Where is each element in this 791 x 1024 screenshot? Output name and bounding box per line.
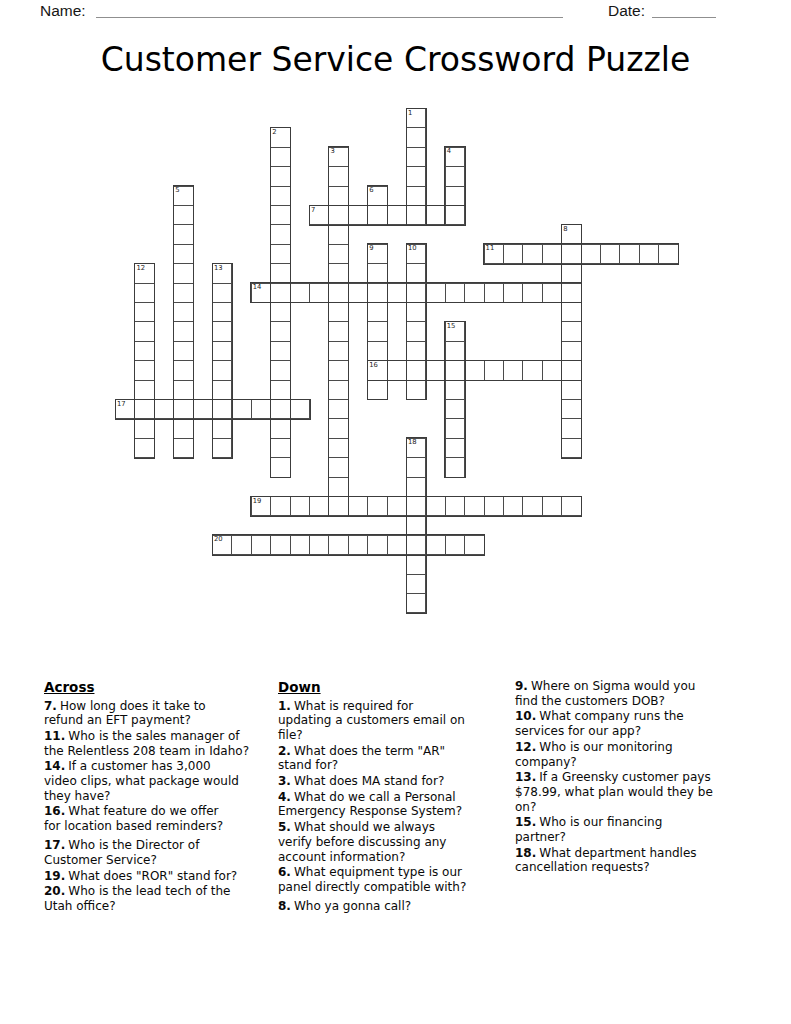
grid-cell[interactable] — [387, 496, 407, 516]
grid-cell[interactable] — [445, 341, 465, 361]
grid-cell[interactable] — [290, 283, 310, 303]
clue-text: What department handles cancellation req… — [515, 846, 697, 875]
grid-cell[interactable] — [464, 283, 484, 303]
grid-cell[interactable] — [270, 535, 290, 555]
grid-cell[interactable] — [270, 205, 290, 225]
grid-cell[interactable] — [173, 224, 193, 244]
grid-cell[interactable] — [193, 399, 213, 419]
clue: 12.Who is our monitoring company? — [515, 740, 767, 769]
grid-cell[interactable] — [445, 496, 465, 516]
clue-number: 12. — [515, 740, 539, 754]
grid-cell[interactable] — [173, 360, 193, 380]
grid-cell[interactable] — [328, 477, 348, 497]
grid-cell[interactable] — [173, 380, 193, 400]
clue-number: 17. — [44, 838, 68, 852]
grid-cell[interactable] — [134, 321, 154, 341]
grid-cell[interactable] — [484, 360, 504, 380]
grid-cell[interactable] — [387, 205, 407, 225]
grid-cell[interactable] — [212, 283, 232, 303]
grid-cell[interactable] — [134, 438, 154, 458]
grid-cell[interactable] — [270, 244, 290, 264]
grid-cell[interactable] — [367, 283, 387, 303]
grid-cell[interactable] — [328, 224, 348, 244]
clue-text: What equipment type is our panel directl… — [278, 865, 466, 894]
grid-cell[interactable] — [522, 496, 542, 516]
grid-cell[interactable] — [328, 360, 348, 380]
page-title: Customer Service Crossword Puzzle — [0, 40, 791, 79]
clue-number: 6. — [278, 865, 294, 879]
grid-cell[interactable] — [561, 438, 581, 458]
grid-cell[interactable] — [425, 535, 445, 555]
grid-cell[interactable] — [251, 535, 271, 555]
grid-cell[interactable] — [406, 283, 426, 303]
grid-cell[interactable] — [445, 399, 465, 419]
grid-cell[interactable] — [348, 535, 368, 555]
grid-cell[interactable] — [406, 263, 426, 283]
grid-cell[interactable] — [270, 321, 290, 341]
grid-cell[interactable] — [212, 438, 232, 458]
grid-cell[interactable] — [581, 244, 601, 264]
grid-cell[interactable] — [406, 360, 426, 380]
grid-cell[interactable] — [328, 147, 348, 167]
grid-cell[interactable] — [212, 302, 232, 322]
clue: 10.What company runs the services for ou… — [515, 709, 767, 738]
grid-cell[interactable] — [522, 360, 542, 380]
grid-cell[interactable] — [212, 341, 232, 361]
grid-cell[interactable] — [367, 341, 387, 361]
grid-cell[interactable] — [445, 205, 465, 225]
grid-cell[interactable] — [270, 186, 290, 206]
down-clues-continued-column: 9.Where on Sigma would you find the cust… — [515, 679, 767, 876]
grid-cell[interactable] — [658, 244, 678, 264]
clue: 9.Where on Sigma would you find the cust… — [515, 679, 767, 708]
grid-cell[interactable] — [425, 360, 445, 380]
clue-number: 10. — [515, 709, 539, 723]
grid-cell[interactable] — [212, 321, 232, 341]
clue: 8.Who ya gonna call? — [278, 899, 513, 914]
grid-cell[interactable] — [445, 380, 465, 400]
grid-cell[interactable] — [542, 496, 562, 516]
grid-cell[interactable] — [445, 147, 465, 167]
grid-cell[interactable] — [270, 380, 290, 400]
grid-cell[interactable] — [464, 360, 484, 380]
grid-cell[interactable] — [561, 380, 581, 400]
clue-text: What should we always verify before disc… — [278, 820, 446, 863]
grid-cell[interactable] — [328, 283, 348, 303]
grid-cell[interactable] — [328, 457, 348, 477]
clue-number: 11. — [44, 729, 68, 743]
grid-cell[interactable] — [270, 496, 290, 516]
grid-cell[interactable] — [406, 574, 426, 594]
grid-cell[interactable] — [464, 535, 484, 555]
grid-cell[interactable] — [445, 283, 465, 303]
grid-cell[interactable] — [561, 399, 581, 419]
grid-cell[interactable] — [134, 302, 154, 322]
grid-cell[interactable] — [445, 535, 465, 555]
grid-cell[interactable] — [270, 457, 290, 477]
clue-number: 2. — [278, 744, 294, 758]
clue-number: 16. — [44, 804, 68, 818]
clue-text: If a customer has 3,000 video clips, wha… — [44, 759, 239, 802]
grid-cell[interactable] — [445, 418, 465, 438]
grid-cell[interactable] — [561, 496, 581, 516]
grid-cell[interactable] — [328, 535, 348, 555]
clue: 2.What does the term "AR" stand for? — [278, 744, 513, 773]
grid-cell[interactable] — [173, 321, 193, 341]
grid-cell[interactable] — [134, 283, 154, 303]
grid-cell[interactable] — [406, 244, 426, 264]
grid-cell[interactable] — [173, 263, 193, 283]
grid-cell[interactable] — [270, 438, 290, 458]
grid-cell[interactable] — [367, 244, 387, 264]
grid-cell[interactable] — [503, 244, 523, 264]
grid-cell[interactable] — [367, 360, 387, 380]
clue: 3.What does MA stand for? — [278, 774, 513, 789]
grid-cell[interactable] — [270, 418, 290, 438]
grid-cell[interactable] — [542, 283, 562, 303]
clue-number: 4. — [278, 790, 294, 804]
clue-text: What company runs the services for our a… — [515, 709, 684, 738]
clue-number: 13. — [515, 770, 539, 784]
grid-cell[interactable] — [445, 321, 465, 341]
grid-cell[interactable] — [270, 283, 290, 303]
grid-cell[interactable] — [270, 263, 290, 283]
grid-cell[interactable] — [173, 438, 193, 458]
grid-cell[interactable] — [367, 321, 387, 341]
grid-cell[interactable] — [406, 496, 426, 516]
grid-cell[interactable] — [406, 554, 426, 574]
grid-cell[interactable] — [445, 438, 465, 458]
grid-cell[interactable] — [231, 399, 251, 419]
grid-cell[interactable] — [406, 515, 426, 535]
grid-cell[interactable] — [270, 147, 290, 167]
clue: 1.What is required for updating a custom… — [278, 699, 513, 743]
grid-cell[interactable] — [561, 302, 581, 322]
grid-cell[interactable] — [445, 166, 465, 186]
across-clues-column: Across 7.How long does it take to refund… — [44, 679, 279, 915]
clue-text: If a Greensky customer pays $78.99, what… — [515, 770, 713, 813]
clue-text: How long does it take to refund an EFT p… — [44, 699, 206, 728]
grid-cell[interactable] — [173, 283, 193, 303]
grid-cell[interactable] — [328, 205, 348, 225]
grid-cell[interactable] — [134, 360, 154, 380]
grid-cell[interactable] — [212, 535, 232, 555]
clue-text: What does MA stand for? — [294, 774, 444, 788]
grid-cell[interactable] — [406, 127, 426, 147]
grid-cell[interactable] — [115, 399, 135, 419]
grid-cell[interactable] — [387, 535, 407, 555]
grid-cell[interactable] — [484, 244, 504, 264]
grid-cell[interactable] — [406, 186, 426, 206]
grid-cell[interactable] — [367, 380, 387, 400]
clue-number: 20. — [44, 884, 68, 898]
grid-cell[interactable] — [231, 535, 251, 555]
grid-cell[interactable] — [406, 321, 426, 341]
grid-cell[interactable] — [387, 360, 407, 380]
grid-cell[interactable] — [542, 244, 562, 264]
grid-cell[interactable] — [173, 244, 193, 264]
grid-cell[interactable] — [328, 380, 348, 400]
grid-cell[interactable] — [503, 496, 523, 516]
grid-cell[interactable] — [328, 166, 348, 186]
grid-cell[interactable] — [154, 399, 174, 419]
clue: 7.How long does it take to refund an EFT… — [44, 699, 279, 728]
grid-cell[interactable] — [270, 360, 290, 380]
grid-cell[interactable] — [542, 360, 562, 380]
grid-cell[interactable] — [561, 321, 581, 341]
grid-cell[interactable] — [425, 205, 445, 225]
grid-cell[interactable] — [561, 244, 581, 264]
grid-cell[interactable] — [425, 283, 445, 303]
clue: 15.Who is our financing partner? — [515, 815, 767, 844]
clue-number: 18. — [515, 846, 539, 860]
clue: 16.What feature do we offer for location… — [44, 804, 279, 833]
grid-cell[interactable] — [445, 186, 465, 206]
grid-cell[interactable] — [270, 302, 290, 322]
clue-text: Who ya gonna call? — [294, 899, 411, 913]
grid-cell[interactable] — [348, 496, 368, 516]
grid-cell[interactable] — [561, 418, 581, 438]
grid-cell[interactable] — [173, 205, 193, 225]
grid-cell[interactable] — [425, 496, 445, 516]
date-label: Date: — [608, 2, 645, 20]
grid-cell[interactable] — [406, 302, 426, 322]
clue-text: Where on Sigma would you find the custom… — [515, 679, 695, 708]
grid-cell[interactable] — [309, 535, 329, 555]
grid-cell[interactable] — [367, 205, 387, 225]
grid-cell[interactable] — [134, 341, 154, 361]
clue-number: 7. — [44, 699, 60, 713]
grid-cell[interactable] — [212, 418, 232, 438]
down-clues-column: Down 1.What is required for updating a c… — [278, 679, 513, 915]
grid-cell[interactable] — [328, 244, 348, 264]
grid-cell[interactable] — [270, 224, 290, 244]
grid-cell[interactable] — [522, 244, 542, 264]
grid-cell[interactable] — [406, 147, 426, 167]
grid-cell[interactable] — [406, 438, 426, 458]
grid-cell[interactable] — [367, 535, 387, 555]
grid-cell[interactable] — [367, 496, 387, 516]
grid-cell[interactable] — [406, 477, 426, 497]
clue-text: What is required for updating a customer… — [278, 699, 465, 742]
across-heading: Across — [44, 679, 279, 695]
clue-number: 19. — [44, 869, 68, 883]
grid-cell[interactable] — [619, 244, 639, 264]
clue: 6.What equipment type is our panel direc… — [278, 865, 513, 894]
clue-number: 1. — [278, 699, 294, 713]
grid-cell[interactable] — [328, 399, 348, 419]
grid-cell[interactable] — [561, 341, 581, 361]
grid-cell[interactable] — [328, 186, 348, 206]
clue-number: 15. — [515, 815, 539, 829]
grid-cell[interactable] — [561, 360, 581, 380]
clue-number: 9. — [515, 679, 531, 693]
grid-cell[interactable] — [387, 283, 407, 303]
across-clues-list: 7.How long does it take to refund an EFT… — [44, 699, 279, 914]
grid-cell[interactable] — [251, 399, 271, 419]
grid-cell[interactable] — [406, 166, 426, 186]
clue-number: 3. — [278, 774, 294, 788]
grid-cell[interactable] — [173, 418, 193, 438]
grid-cell[interactable] — [367, 263, 387, 283]
grid-cell[interactable] — [328, 341, 348, 361]
grid-cell[interactable] — [406, 380, 426, 400]
clue: 5.What should we always verify before di… — [278, 820, 513, 864]
clue-text: What do we call a Personal Emergency Res… — [278, 790, 462, 819]
grid-cell[interactable] — [328, 302, 348, 322]
clue: 20.Who is the lead tech of the Utah offi… — [44, 884, 279, 913]
grid-cell[interactable] — [348, 205, 368, 225]
grid-cell[interactable] — [309, 283, 329, 303]
clue: 19.What does "ROR" stand for? — [44, 869, 279, 884]
grid-cell[interactable] — [406, 205, 426, 225]
grid-cell[interactable] — [309, 496, 329, 516]
clue-text: What feature do we offer for location ba… — [44, 804, 223, 833]
grid-cell[interactable] — [309, 205, 329, 225]
grid-cell[interactable] — [561, 283, 581, 303]
grid-cell[interactable] — [328, 263, 348, 283]
clue: 11.Who is the sales manager of the Relen… — [44, 729, 279, 758]
grid-cell[interactable] — [212, 399, 232, 419]
name-blank-line[interactable] — [96, 17, 563, 18]
grid-cell[interactable] — [212, 360, 232, 380]
grid-cell[interactable] — [134, 263, 154, 283]
grid-cell[interactable] — [328, 496, 348, 516]
crossword-grid: 1234567891011121314151617181920 — [115, 108, 679, 614]
clue: 14.If a customer has 3,000 video clips, … — [44, 759, 279, 803]
grid-cell[interactable] — [328, 438, 348, 458]
clue-text: What does the term "AR" stand for? — [278, 744, 445, 773]
grid-cell[interactable] — [445, 457, 465, 477]
clue: 17.Who is the Director of Customer Servi… — [44, 838, 279, 867]
grid-cell[interactable] — [406, 457, 426, 477]
grid-cell[interactable] — [173, 186, 193, 206]
grid-cell[interactable] — [503, 360, 523, 380]
grid-cell[interactable] — [173, 399, 193, 419]
grid-cell[interactable] — [134, 380, 154, 400]
down-clues-continued-list: 9.Where on Sigma would you find the cust… — [515, 679, 767, 875]
grid-cell[interactable] — [328, 321, 348, 341]
grid-cell[interactable] — [367, 186, 387, 206]
grid-cell[interactable] — [134, 418, 154, 438]
grid-cell[interactable] — [406, 593, 426, 613]
grid-cell[interactable] — [173, 341, 193, 361]
grid-cell[interactable] — [270, 127, 290, 147]
grid-cell[interactable] — [251, 283, 271, 303]
grid-cell[interactable] — [464, 496, 484, 516]
grid-cell[interactable] — [212, 263, 232, 283]
clue: 4.What do we call a Personal Emergency R… — [278, 790, 513, 819]
grid-cell[interactable] — [561, 224, 581, 244]
grid-cell[interactable] — [484, 496, 504, 516]
clue-number: 14. — [44, 759, 68, 773]
grid-cell[interactable] — [503, 283, 523, 303]
clue-number: 8. — [278, 899, 294, 913]
clue-text: Who is the Director of Customer Service? — [44, 838, 199, 867]
grid-cell[interactable] — [445, 360, 465, 380]
grid-cell[interactable] — [406, 108, 426, 128]
grid-cell[interactable] — [173, 302, 193, 322]
grid-cell[interactable] — [251, 496, 271, 516]
clue-number: 5. — [278, 820, 294, 834]
grid-cell[interactable] — [212, 380, 232, 400]
grid-cell[interactable] — [406, 535, 426, 555]
grid-cell[interactable] — [270, 341, 290, 361]
grid-cell[interactable] — [406, 341, 426, 361]
grid-cell[interactable] — [484, 283, 504, 303]
grid-cell[interactable] — [367, 302, 387, 322]
clue-text: Who is our monitoring company? — [515, 740, 673, 769]
name-label: Name: — [40, 2, 86, 20]
grid-cell[interactable] — [290, 496, 310, 516]
clue: 13.If a Greensky customer pays $78.99, w… — [515, 770, 767, 814]
grid-cell[interactable] — [270, 166, 290, 186]
down-clues-list: 1.What is required for updating a custom… — [278, 699, 513, 914]
grid-cell[interactable] — [328, 418, 348, 438]
down-heading: Down — [278, 679, 513, 695]
grid-cell[interactable] — [270, 399, 290, 419]
clue-text: Who is the sales manager of the Relentle… — [44, 729, 249, 758]
grid-cell[interactable] — [134, 399, 154, 419]
grid-cell[interactable] — [290, 535, 310, 555]
grid-cell[interactable] — [348, 283, 368, 303]
grid-cell[interactable] — [600, 244, 620, 264]
grid-cell[interactable] — [639, 244, 659, 264]
clue-text: Who is the lead tech of the Utah office? — [44, 884, 230, 913]
grid-cell[interactable] — [522, 283, 542, 303]
grid-cell[interactable] — [561, 263, 581, 283]
date-blank-line[interactable] — [652, 17, 716, 18]
grid-cell[interactable] — [290, 399, 310, 419]
clue: 18.What department handles cancellation … — [515, 846, 767, 875]
clue-text: What does "ROR" stand for? — [68, 869, 237, 883]
